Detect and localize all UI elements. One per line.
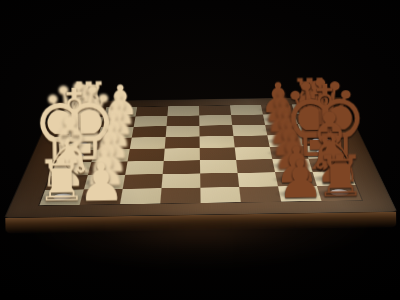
piece-white-pawn-h2[interactable]: ♟ <box>80 189 123 205</box>
square-a5[interactable] <box>199 105 231 115</box>
chess-board: ♜♞♝♛♚♝♞♜♟♟♟♟♟♟♟♟♜♞♝♛♚♝♞♜♟♟♟♟♟♟♟♟ <box>4 97 397 218</box>
perspective-stage: ♜♞♝♛♚♝♞♜♟♟♟♟♟♟♟♟♜♞♝♛♚♝♞♜♟♟♟♟♟♟♟♟ <box>0 0 400 300</box>
piece-black-pawn-h7[interactable]: ♟ <box>278 186 321 202</box>
square-a4[interactable] <box>167 106 199 116</box>
camera-tilt: ♜♞♝♛♚♝♞♜♟♟♟♟♟♟♟♟♜♞♝♛♚♝♞♜♟♟♟♟♟♟♟♟ <box>0 0 400 300</box>
scene: ♜♞♝♛♚♝♞♜♟♟♟♟♟♟♟♟♜♞♝♛♚♝♞♜♟♟♟♟♟♟♟♟ <box>0 0 400 300</box>
